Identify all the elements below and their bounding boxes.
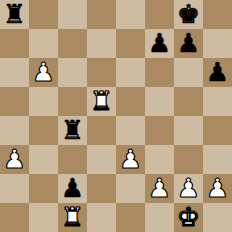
square-c5[interactable] <box>58 87 87 116</box>
square-h5[interactable] <box>203 87 232 116</box>
square-f3[interactable] <box>145 145 174 174</box>
square-a6[interactable] <box>0 58 29 87</box>
square-c3[interactable] <box>58 145 87 174</box>
square-d6[interactable] <box>87 58 116 87</box>
piece-white-rook: ♜ <box>61 203 84 232</box>
square-a4[interactable] <box>0 116 29 145</box>
square-c4[interactable]: ♜ <box>58 116 87 145</box>
square-e1[interactable] <box>116 203 145 232</box>
square-g2[interactable]: ♟ <box>174 174 203 203</box>
piece-white-pawn: ♟ <box>206 174 229 203</box>
square-d5[interactable]: ♜ <box>87 87 116 116</box>
chess-board: ♜♚♟♟♟♟♜♜♟♟♟♟♟♟♜♚ <box>0 0 232 232</box>
square-b8[interactable] <box>29 0 58 29</box>
square-h7[interactable] <box>203 29 232 58</box>
square-h6[interactable]: ♟ <box>203 58 232 87</box>
piece-black-king: ♚ <box>177 0 200 29</box>
square-a7[interactable] <box>0 29 29 58</box>
square-g4[interactable] <box>174 116 203 145</box>
square-g1[interactable]: ♚ <box>174 203 203 232</box>
square-g8[interactable]: ♚ <box>174 0 203 29</box>
piece-white-pawn: ♟ <box>177 174 200 203</box>
square-f6[interactable] <box>145 58 174 87</box>
square-a2[interactable] <box>0 174 29 203</box>
square-d7[interactable] <box>87 29 116 58</box>
square-b4[interactable] <box>29 116 58 145</box>
square-a1[interactable] <box>0 203 29 232</box>
square-b2[interactable] <box>29 174 58 203</box>
piece-white-king: ♚ <box>177 203 200 232</box>
square-f1[interactable] <box>145 203 174 232</box>
piece-black-pawn: ♟ <box>206 58 229 87</box>
square-c8[interactable] <box>58 0 87 29</box>
square-d8[interactable] <box>87 0 116 29</box>
piece-black-pawn: ♟ <box>61 174 84 203</box>
square-f8[interactable] <box>145 0 174 29</box>
square-e7[interactable] <box>116 29 145 58</box>
piece-white-rook: ♜ <box>90 87 113 116</box>
square-h8[interactable] <box>203 0 232 29</box>
square-b3[interactable] <box>29 145 58 174</box>
square-a3[interactable]: ♟ <box>0 145 29 174</box>
square-d4[interactable] <box>87 116 116 145</box>
square-c7[interactable] <box>58 29 87 58</box>
square-e4[interactable] <box>116 116 145 145</box>
square-e5[interactable] <box>116 87 145 116</box>
piece-white-pawn: ♟ <box>119 145 142 174</box>
square-e8[interactable] <box>116 0 145 29</box>
square-c6[interactable] <box>58 58 87 87</box>
square-d2[interactable] <box>87 174 116 203</box>
square-h4[interactable] <box>203 116 232 145</box>
piece-black-rook: ♜ <box>61 116 84 145</box>
piece-black-pawn: ♟ <box>148 29 171 58</box>
square-f2[interactable]: ♟ <box>145 174 174 203</box>
square-b7[interactable] <box>29 29 58 58</box>
square-b1[interactable] <box>29 203 58 232</box>
square-g3[interactable] <box>174 145 203 174</box>
piece-black-rook: ♜ <box>3 0 26 29</box>
piece-black-pawn: ♟ <box>177 29 200 58</box>
square-f7[interactable]: ♟ <box>145 29 174 58</box>
square-g5[interactable] <box>174 87 203 116</box>
square-h3[interactable] <box>203 145 232 174</box>
square-f5[interactable] <box>145 87 174 116</box>
square-d1[interactable] <box>87 203 116 232</box>
square-e6[interactable] <box>116 58 145 87</box>
square-a8[interactable]: ♜ <box>0 0 29 29</box>
square-c2[interactable]: ♟ <box>58 174 87 203</box>
piece-white-pawn: ♟ <box>148 174 171 203</box>
square-f4[interactable] <box>145 116 174 145</box>
square-h2[interactable]: ♟ <box>203 174 232 203</box>
square-b6[interactable]: ♟ <box>29 58 58 87</box>
square-a5[interactable] <box>0 87 29 116</box>
square-g7[interactable]: ♟ <box>174 29 203 58</box>
piece-white-pawn: ♟ <box>32 58 55 87</box>
square-c1[interactable]: ♜ <box>58 203 87 232</box>
square-d3[interactable] <box>87 145 116 174</box>
square-e2[interactable] <box>116 174 145 203</box>
square-g6[interactable] <box>174 58 203 87</box>
square-h1[interactable] <box>203 203 232 232</box>
square-e3[interactable]: ♟ <box>116 145 145 174</box>
piece-white-pawn: ♟ <box>3 145 26 174</box>
square-b5[interactable] <box>29 87 58 116</box>
